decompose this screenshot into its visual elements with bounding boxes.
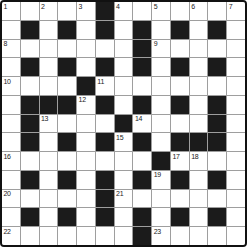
cell[interactable]: 12	[77, 96, 95, 114]
cell[interactable]	[40, 133, 58, 151]
blocked-cell	[96, 208, 114, 226]
cell[interactable]	[115, 58, 133, 76]
cell[interactable]	[171, 190, 189, 208]
cell[interactable]	[227, 227, 245, 245]
cell[interactable]	[227, 171, 245, 189]
clue-number: 16	[4, 153, 11, 161]
clue-number: 11	[97, 78, 104, 86]
clue-number: 3	[79, 3, 83, 11]
clue-number: 5	[154, 3, 158, 11]
cell[interactable]	[227, 77, 245, 95]
cell[interactable]: 6	[190, 2, 208, 20]
cell[interactable]: 9	[152, 40, 170, 58]
cell[interactable]	[77, 190, 95, 208]
cell[interactable]	[40, 171, 58, 189]
cell[interactable]: 4	[115, 2, 133, 20]
cell[interactable]	[227, 58, 245, 76]
cell[interactable]: 13	[40, 115, 58, 133]
cell[interactable]	[227, 40, 245, 58]
cell[interactable]	[208, 2, 226, 20]
blocked-cell	[40, 96, 58, 114]
crossword-grid: 1234567891011121314151617181920212223	[0, 0, 247, 247]
cell[interactable]: 19	[152, 171, 170, 189]
cell[interactable]	[152, 21, 170, 39]
cell[interactable]	[152, 190, 170, 208]
cell[interactable]	[115, 152, 133, 170]
cell[interactable]	[96, 40, 114, 58]
cell[interactable]	[152, 208, 170, 226]
blocked-cell	[115, 115, 133, 133]
cell[interactable]: 22	[2, 227, 20, 245]
blocked-cell	[208, 115, 226, 133]
clue-number: 4	[116, 3, 120, 11]
cell[interactable]	[21, 40, 39, 58]
blocked-cell	[171, 58, 189, 76]
cell[interactable]	[2, 133, 20, 151]
blocked-cell	[96, 133, 114, 151]
clue-number: 9	[154, 40, 158, 48]
cell[interactable]: 1	[2, 2, 20, 20]
cell[interactable]	[21, 227, 39, 245]
cell[interactable]	[171, 2, 189, 20]
cell[interactable]	[96, 115, 114, 133]
cell[interactable]	[152, 58, 170, 76]
cell[interactable]	[171, 115, 189, 133]
blocked-cell	[208, 21, 226, 39]
cell[interactable]	[58, 190, 76, 208]
blocked-cell	[208, 171, 226, 189]
cell[interactable]	[115, 21, 133, 39]
clue-number: 8	[4, 40, 8, 48]
blocked-cell	[96, 96, 114, 114]
cell[interactable]	[227, 208, 245, 226]
blocked-cell	[208, 58, 226, 76]
blocked-cell	[171, 171, 189, 189]
blocked-cell	[133, 21, 151, 39]
blocked-cell	[133, 58, 151, 76]
blocked-cell	[21, 96, 39, 114]
cell[interactable]	[21, 2, 39, 20]
clue-number: 20	[4, 190, 11, 198]
cell[interactable]	[77, 115, 95, 133]
cell[interactable]	[133, 2, 151, 20]
cell[interactable]	[190, 21, 208, 39]
cell[interactable]	[21, 152, 39, 170]
cell[interactable]	[208, 190, 226, 208]
blocked-cell	[21, 171, 39, 189]
blocked-cell	[21, 115, 39, 133]
cell[interactable]	[152, 115, 170, 133]
cell[interactable]	[40, 40, 58, 58]
cell[interactable]	[171, 40, 189, 58]
cell[interactable]	[227, 133, 245, 151]
cell[interactable]	[227, 115, 245, 133]
cell[interactable]	[77, 227, 95, 245]
blocked-cell	[133, 208, 151, 226]
clue-number: 1	[4, 3, 8, 11]
cell[interactable]: 7	[227, 2, 245, 20]
cell[interactable]	[208, 77, 226, 95]
cell[interactable]	[2, 96, 20, 114]
cell[interactable]	[40, 77, 58, 95]
cell[interactable]	[208, 40, 226, 58]
cell[interactable]	[2, 208, 20, 226]
cell[interactable]	[96, 227, 114, 245]
blocked-cell	[21, 21, 39, 39]
cell[interactable]: 11	[96, 77, 114, 95]
cell[interactable]: 10	[2, 77, 20, 95]
blocked-cell	[96, 171, 114, 189]
blocked-cell	[96, 2, 114, 20]
clue-number: 19	[154, 171, 161, 179]
cell[interactable]	[171, 77, 189, 95]
clue-number: 14	[135, 115, 142, 123]
blocked-cell	[96, 58, 114, 76]
blocked-cell	[171, 133, 189, 151]
cell[interactable]	[115, 77, 133, 95]
cell[interactable]	[152, 77, 170, 95]
cell[interactable]	[115, 171, 133, 189]
blocked-cell	[58, 133, 76, 151]
cell[interactable]	[208, 152, 226, 170]
cell[interactable]	[133, 190, 151, 208]
clue-number: 17	[172, 153, 179, 161]
blocked-cell	[21, 208, 39, 226]
blocked-cell	[58, 171, 76, 189]
cell[interactable]: 15	[115, 133, 133, 151]
cell[interactable]	[77, 152, 95, 170]
clue-number: 2	[41, 3, 45, 11]
cell[interactable]	[190, 208, 208, 226]
cell[interactable]: 17	[171, 152, 189, 170]
cell[interactable]: 5	[152, 2, 170, 20]
cell[interactable]	[190, 227, 208, 245]
cell[interactable]	[190, 96, 208, 114]
cell[interactable]	[58, 152, 76, 170]
cell[interactable]	[190, 171, 208, 189]
clue-number: 21	[116, 190, 123, 198]
cell[interactable]: 8	[2, 40, 20, 58]
blocked-cell	[208, 96, 226, 114]
blocked-cell	[171, 21, 189, 39]
cell[interactable]: 14	[133, 115, 151, 133]
blocked-cell	[133, 227, 151, 245]
cell[interactable]	[190, 58, 208, 76]
cell[interactable]	[77, 21, 95, 39]
blocked-cell	[77, 77, 95, 95]
blocked-cell	[133, 133, 151, 151]
blocked-cell	[58, 58, 76, 76]
cell[interactable]: 23	[152, 227, 170, 245]
cell[interactable]	[77, 133, 95, 151]
cell[interactable]	[190, 115, 208, 133]
cell[interactable]	[77, 40, 95, 58]
blocked-cell	[21, 58, 39, 76]
clue-number: 15	[116, 134, 123, 142]
blocked-cell	[190, 133, 208, 151]
blocked-cell	[133, 40, 151, 58]
cell[interactable]	[190, 40, 208, 58]
cell[interactable]: 20	[2, 190, 20, 208]
cell[interactable]	[40, 208, 58, 226]
clue-number: 7	[229, 3, 233, 11]
cell[interactable]	[115, 227, 133, 245]
cell[interactable]	[208, 227, 226, 245]
clue-number: 23	[154, 228, 161, 236]
cell[interactable]	[58, 40, 76, 58]
cell[interactable]	[227, 152, 245, 170]
cell[interactable]	[115, 40, 133, 58]
cell[interactable]	[133, 152, 151, 170]
cell[interactable]	[58, 227, 76, 245]
cell[interactable]	[2, 58, 20, 76]
crossword-puzzle: 1234567891011121314151617181920212223	[0, 0, 247, 247]
blocked-cell	[171, 208, 189, 226]
blocked-cell	[152, 152, 170, 170]
blocked-cell	[133, 96, 151, 114]
cell[interactable]	[40, 190, 58, 208]
cell[interactable]	[40, 227, 58, 245]
blocked-cell	[58, 96, 76, 114]
cell[interactable]	[58, 77, 76, 95]
clue-number: 18	[191, 153, 198, 161]
cell[interactable]	[40, 21, 58, 39]
blocked-cell	[208, 133, 226, 151]
cell[interactable]	[2, 171, 20, 189]
blocked-cell	[58, 208, 76, 226]
cell[interactable]	[40, 58, 58, 76]
cell[interactable]	[77, 208, 95, 226]
cell[interactable]	[40, 152, 58, 170]
cell[interactable]	[227, 21, 245, 39]
cell[interactable]: 16	[2, 152, 20, 170]
cell[interactable]	[171, 227, 189, 245]
clue-number: 22	[4, 228, 11, 236]
clue-number: 12	[79, 96, 86, 104]
cell[interactable]	[227, 96, 245, 114]
cell[interactable]	[96, 152, 114, 170]
cell[interactable]: 18	[190, 152, 208, 170]
blocked-cell	[21, 133, 39, 151]
clue-number: 10	[4, 78, 11, 86]
cell[interactable]	[190, 190, 208, 208]
blocked-cell	[133, 171, 151, 189]
cell[interactable]	[115, 208, 133, 226]
cell[interactable]	[77, 58, 95, 76]
cell[interactable]	[152, 96, 170, 114]
cell[interactable]	[2, 115, 20, 133]
cell[interactable]	[190, 77, 208, 95]
cell[interactable]	[115, 96, 133, 114]
blocked-cell	[58, 21, 76, 39]
cell[interactable]	[227, 190, 245, 208]
cell[interactable]	[152, 133, 170, 151]
clue-number: 13	[41, 115, 48, 123]
cell[interactable]	[21, 190, 39, 208]
blocked-cell	[208, 208, 226, 226]
cell[interactable]	[21, 77, 39, 95]
cell[interactable]	[2, 21, 20, 39]
cell[interactable]: 3	[77, 2, 95, 20]
cell[interactable]	[58, 115, 76, 133]
blocked-cell	[96, 190, 114, 208]
cell[interactable]	[58, 2, 76, 20]
blocked-cell	[96, 21, 114, 39]
cell[interactable]: 21	[115, 190, 133, 208]
blocked-cell	[171, 96, 189, 114]
cell[interactable]	[133, 77, 151, 95]
clue-number: 6	[191, 3, 195, 11]
cell[interactable]: 2	[40, 2, 58, 20]
cell[interactable]	[77, 171, 95, 189]
